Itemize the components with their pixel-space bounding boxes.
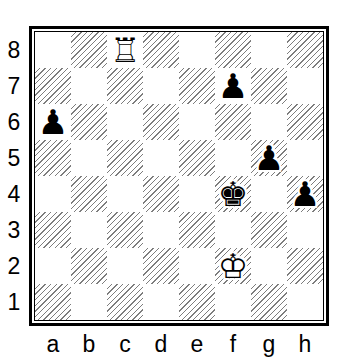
square-e8[interactable] [179,32,215,68]
square-d3[interactable] [143,212,179,248]
white-rook[interactable]: ♖ [107,32,143,68]
black-pawn-halo: ♟ [215,68,251,104]
file-label-f: f [215,331,251,357]
square-g2[interactable] [251,248,287,284]
chess-board: ♜♖♟♟♟♟♟♟♚♚♟♟♚♔ [34,31,324,321]
square-c3[interactable] [107,212,143,248]
square-f6[interactable] [215,104,251,140]
square-d2[interactable] [143,248,179,284]
square-b5[interactable] [71,140,107,176]
black-pawn[interactable]: ♟ [35,104,71,140]
square-f5[interactable] [215,140,251,176]
square-f3[interactable] [215,212,251,248]
file-label-b: b [71,331,107,357]
rank-label-8: 8 [3,32,25,68]
square-d6[interactable] [143,104,179,140]
square-h5[interactable] [287,140,323,176]
square-b1[interactable] [71,284,107,320]
square-d5[interactable] [143,140,179,176]
square-f1[interactable] [215,284,251,320]
file-label-h: h [287,331,323,357]
square-c2[interactable] [107,248,143,284]
square-a8[interactable] [35,32,71,68]
square-c6[interactable] [107,104,143,140]
square-a1[interactable] [35,284,71,320]
square-a7[interactable] [35,68,71,104]
white-king[interactable]: ♔ [215,248,251,284]
black-king-halo: ♚ [215,176,251,212]
black-pawn-halo: ♟ [251,140,287,176]
white-king-halo: ♚ [215,248,251,284]
square-h6[interactable] [287,104,323,140]
black-pawn[interactable]: ♟ [251,140,287,176]
square-c8[interactable]: ♜♖ [107,32,143,68]
square-e5[interactable] [179,140,215,176]
chess-diagram: 87654321 ♜♖♟♟♟♟♟♟♚♚♟♟♚♔ abcdefgh [0,0,360,360]
square-g3[interactable] [251,212,287,248]
square-g7[interactable] [251,68,287,104]
rank-label-3: 3 [3,212,25,248]
black-pawn-halo: ♟ [35,104,71,140]
square-b4[interactable] [71,176,107,212]
square-c1[interactable] [107,284,143,320]
square-a4[interactable] [35,176,71,212]
square-f7[interactable]: ♟♟ [215,68,251,104]
square-d8[interactable] [143,32,179,68]
square-c4[interactable] [107,176,143,212]
square-g1[interactable] [251,284,287,320]
rank-label-7: 7 [3,68,25,104]
square-g8[interactable] [251,32,287,68]
black-pawn-halo: ♟ [287,176,323,212]
rank-label-6: 6 [3,104,25,140]
square-b7[interactable] [71,68,107,104]
square-e4[interactable] [179,176,215,212]
square-g5[interactable]: ♟♟ [251,140,287,176]
square-g4[interactable] [251,176,287,212]
square-a2[interactable] [35,248,71,284]
square-b8[interactable] [71,32,107,68]
rank-label-4: 4 [3,176,25,212]
square-e3[interactable] [179,212,215,248]
square-f4[interactable]: ♚♚ [215,176,251,212]
rank-labels: 87654321 [3,32,25,320]
square-c5[interactable] [107,140,143,176]
file-label-g: g [251,331,287,357]
file-label-d: d [143,331,179,357]
square-f2[interactable]: ♚♔ [215,248,251,284]
file-label-c: c [107,331,143,357]
square-h1[interactable] [287,284,323,320]
square-f8[interactable] [215,32,251,68]
rank-label-1: 1 [3,284,25,320]
black-pawn[interactable]: ♟ [215,68,251,104]
file-label-e: e [179,331,215,357]
rank-label-5: 5 [3,140,25,176]
square-e1[interactable] [179,284,215,320]
rank-label-2: 2 [3,248,25,284]
square-h4[interactable]: ♟♟ [287,176,323,212]
black-king[interactable]: ♚ [215,176,251,212]
square-e7[interactable] [179,68,215,104]
square-a6[interactable]: ♟♟ [35,104,71,140]
square-e6[interactable] [179,104,215,140]
square-h7[interactable] [287,68,323,104]
square-d7[interactable] [143,68,179,104]
square-b3[interactable] [71,212,107,248]
square-g6[interactable] [251,104,287,140]
square-d4[interactable] [143,176,179,212]
square-e2[interactable] [179,248,215,284]
black-pawn[interactable]: ♟ [287,176,323,212]
square-h3[interactable] [287,212,323,248]
square-h8[interactable] [287,32,323,68]
file-label-a: a [35,331,71,357]
file-labels: abcdefgh [35,331,323,357]
square-c7[interactable] [107,68,143,104]
white-rook-halo: ♜ [107,32,143,68]
square-b2[interactable] [71,248,107,284]
square-a3[interactable] [35,212,71,248]
square-a5[interactable] [35,140,71,176]
square-b6[interactable] [71,104,107,140]
board-frame: ♜♖♟♟♟♟♟♟♚♚♟♟♚♔ [29,26,329,326]
square-h2[interactable] [287,248,323,284]
square-d1[interactable] [143,284,179,320]
